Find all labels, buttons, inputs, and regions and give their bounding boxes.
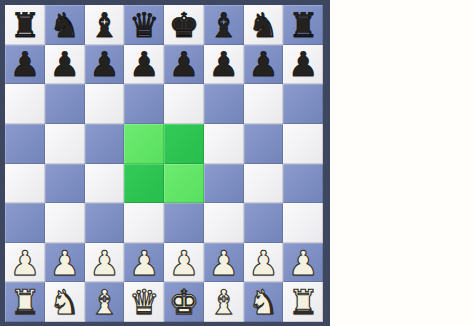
square-a6[interactable] <box>5 84 45 124</box>
square-h4[interactable] <box>283 164 323 204</box>
square-d6[interactable] <box>124 84 164 124</box>
black-pawn: ♟ <box>248 47 278 81</box>
black-bishop: ♝ <box>208 8 238 42</box>
black-rook: ♜ <box>288 8 318 42</box>
square-b7[interactable]: ♟ <box>45 45 85 85</box>
square-c3[interactable] <box>85 203 125 243</box>
square-f7[interactable]: ♟ <box>204 45 244 85</box>
square-e8[interactable]: ♚ <box>164 5 204 45</box>
square-g3[interactable] <box>244 203 284 243</box>
board-grid: ♜♞♝♛♚♝♞♜♟♟♟♟♟♟♟♟♟♟♟♟♟♟♟♟♜♞♝♛♚♝♞♜ <box>5 5 323 322</box>
page-background: ♜♞♝♛♚♝♞♜♟♟♟♟♟♟♟♟♟♟♟♟♟♟♟♟♜♞♝♛♚♝♞♜ <box>0 0 474 326</box>
square-h1[interactable]: ♜ <box>283 282 323 322</box>
square-b3[interactable] <box>45 203 85 243</box>
square-d7[interactable]: ♟ <box>124 45 164 85</box>
square-e3[interactable] <box>164 203 204 243</box>
square-h3[interactable] <box>283 203 323 243</box>
square-a5[interactable] <box>5 124 45 164</box>
square-f5[interactable] <box>204 124 244 164</box>
square-d4[interactable] <box>124 164 164 204</box>
white-pawn: ♟ <box>248 246 278 280</box>
square-c5[interactable] <box>85 124 125 164</box>
square-f2[interactable]: ♟ <box>204 243 244 283</box>
black-pawn: ♟ <box>89 47 119 81</box>
white-bishop: ♝ <box>89 285 119 319</box>
square-f1[interactable]: ♝ <box>204 282 244 322</box>
square-c8[interactable]: ♝ <box>85 5 125 45</box>
square-e6[interactable] <box>164 84 204 124</box>
black-king: ♚ <box>169 8 199 42</box>
square-b8[interactable]: ♞ <box>45 5 85 45</box>
white-rook: ♜ <box>10 285 40 319</box>
square-b5[interactable] <box>45 124 85 164</box>
black-pawn: ♟ <box>288 47 318 81</box>
square-g2[interactable]: ♟ <box>244 243 284 283</box>
white-knight: ♞ <box>49 285 79 319</box>
white-pawn: ♟ <box>208 246 238 280</box>
square-e2[interactable]: ♟ <box>164 243 204 283</box>
white-pawn: ♟ <box>288 246 318 280</box>
black-knight: ♞ <box>248 8 278 42</box>
square-h5[interactable] <box>283 124 323 164</box>
square-b6[interactable] <box>45 84 85 124</box>
square-h7[interactable]: ♟ <box>283 45 323 85</box>
white-pawn: ♟ <box>10 246 40 280</box>
square-c7[interactable]: ♟ <box>85 45 125 85</box>
square-f4[interactable] <box>204 164 244 204</box>
black-pawn: ♟ <box>49 47 79 81</box>
square-g8[interactable]: ♞ <box>244 5 284 45</box>
square-b2[interactable]: ♟ <box>45 243 85 283</box>
black-bishop: ♝ <box>89 8 119 42</box>
white-pawn: ♟ <box>129 246 159 280</box>
white-knight: ♞ <box>248 285 278 319</box>
square-e5[interactable] <box>164 124 204 164</box>
square-b4[interactable] <box>45 164 85 204</box>
square-a8[interactable]: ♜ <box>5 5 45 45</box>
square-a7[interactable]: ♟ <box>5 45 45 85</box>
square-d5[interactable] <box>124 124 164 164</box>
square-e4[interactable] <box>164 164 204 204</box>
black-pawn: ♟ <box>169 47 199 81</box>
square-h2[interactable]: ♟ <box>283 243 323 283</box>
black-knight: ♞ <box>49 8 79 42</box>
square-b1[interactable]: ♞ <box>45 282 85 322</box>
square-f6[interactable] <box>204 84 244 124</box>
square-d8[interactable]: ♛ <box>124 5 164 45</box>
square-e7[interactable]: ♟ <box>164 45 204 85</box>
square-a1[interactable]: ♜ <box>5 282 45 322</box>
square-d1[interactable]: ♛ <box>124 282 164 322</box>
square-g7[interactable]: ♟ <box>244 45 284 85</box>
square-c4[interactable] <box>85 164 125 204</box>
white-bishop: ♝ <box>208 285 238 319</box>
white-pawn: ♟ <box>169 246 199 280</box>
square-g5[interactable] <box>244 124 284 164</box>
black-rook: ♜ <box>10 8 40 42</box>
square-g1[interactable]: ♞ <box>244 282 284 322</box>
black-pawn: ♟ <box>129 47 159 81</box>
square-d2[interactable]: ♟ <box>124 243 164 283</box>
square-c6[interactable] <box>85 84 125 124</box>
square-g6[interactable] <box>244 84 284 124</box>
white-pawn: ♟ <box>49 246 79 280</box>
square-h8[interactable]: ♜ <box>283 5 323 45</box>
chess-board: ♜♞♝♛♚♝♞♜♟♟♟♟♟♟♟♟♟♟♟♟♟♟♟♟♜♞♝♛♚♝♞♜ <box>0 0 330 326</box>
square-c1[interactable]: ♝ <box>85 282 125 322</box>
black-queen: ♛ <box>129 8 159 42</box>
square-c2[interactable]: ♟ <box>85 243 125 283</box>
square-h6[interactable] <box>283 84 323 124</box>
square-f3[interactable] <box>204 203 244 243</box>
square-a4[interactable] <box>5 164 45 204</box>
square-g4[interactable] <box>244 164 284 204</box>
square-d3[interactable] <box>124 203 164 243</box>
square-f8[interactable]: ♝ <box>204 5 244 45</box>
white-rook: ♜ <box>288 285 318 319</box>
white-pawn: ♟ <box>89 246 119 280</box>
square-e1[interactable]: ♚ <box>164 282 204 322</box>
square-a3[interactable] <box>5 203 45 243</box>
square-a2[interactable]: ♟ <box>5 243 45 283</box>
black-pawn: ♟ <box>208 47 238 81</box>
white-king: ♚ <box>169 285 199 319</box>
white-queen: ♛ <box>129 285 159 319</box>
black-pawn: ♟ <box>10 47 40 81</box>
